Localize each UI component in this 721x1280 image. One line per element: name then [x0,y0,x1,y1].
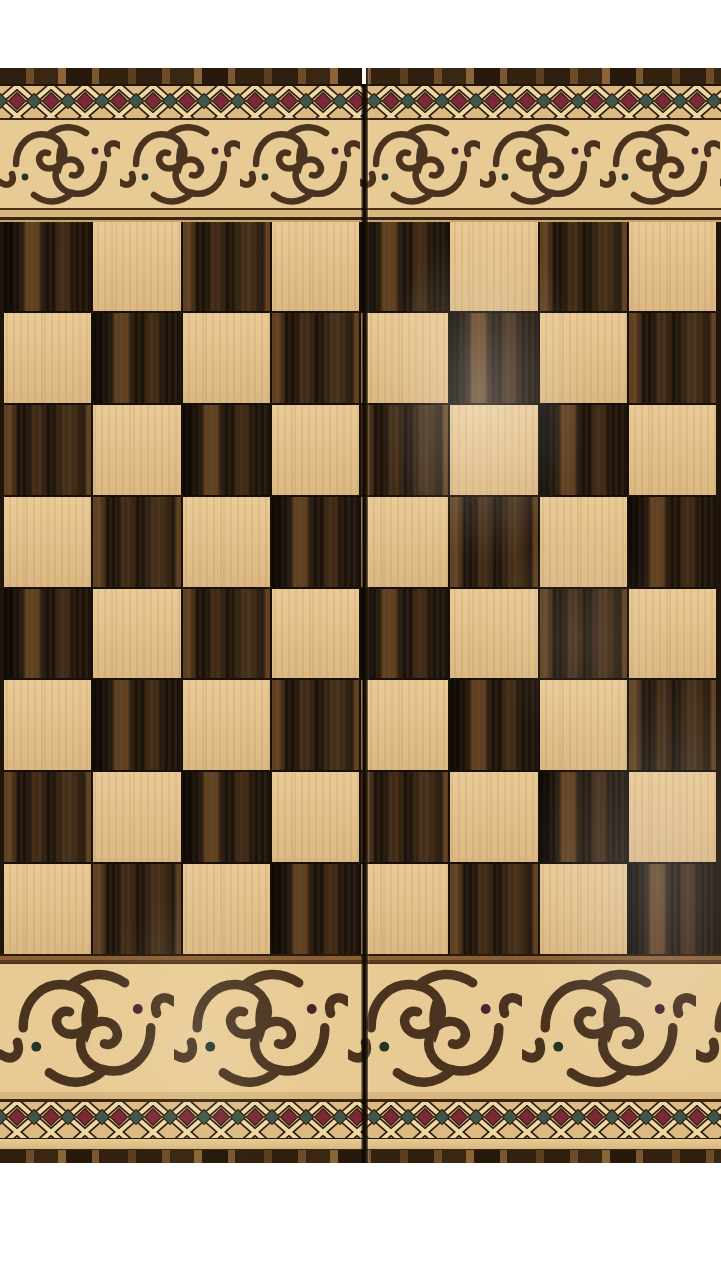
square-f4[interactable] [450,589,537,679]
square-f3[interactable] [450,680,537,770]
square-h1[interactable] [629,864,716,954]
square-d4[interactable] [272,589,359,679]
square-d1[interactable] [272,864,359,954]
square-g6[interactable] [540,405,627,495]
square-e2[interactable] [361,772,448,862]
square-c1[interactable] [183,864,270,954]
square-f5[interactable] [450,497,537,587]
square-c2[interactable] [183,772,270,862]
square-b5[interactable] [93,497,180,587]
square-h3[interactable] [629,680,716,770]
square-e3[interactable] [361,680,448,770]
square-b8[interactable] [93,222,180,312]
square-d3[interactable] [272,680,359,770]
square-a3[interactable] [4,680,91,770]
square-a7[interactable] [4,313,91,403]
square-a6[interactable] [4,405,91,495]
square-f6[interactable] [450,405,537,495]
square-b3[interactable] [93,680,180,770]
square-h5[interactable] [629,497,716,587]
square-f7[interactable] [450,313,537,403]
square-a1[interactable] [4,864,91,954]
hinge-seam [361,68,368,1163]
square-c5[interactable] [183,497,270,587]
square-c6[interactable] [183,405,270,495]
square-d8[interactable] [272,222,359,312]
square-h2[interactable] [629,772,716,862]
square-g3[interactable] [540,680,627,770]
square-f8[interactable] [450,222,537,312]
square-e7[interactable] [361,313,448,403]
square-e1[interactable] [361,864,448,954]
square-b2[interactable] [93,772,180,862]
square-f2[interactable] [450,772,537,862]
square-b4[interactable] [93,589,180,679]
square-g1[interactable] [540,864,627,954]
square-a4[interactable] [4,589,91,679]
square-b6[interactable] [93,405,180,495]
square-d2[interactable] [272,772,359,862]
square-g4[interactable] [540,589,627,679]
square-e6[interactable] [361,405,448,495]
square-f1[interactable] [450,864,537,954]
square-h8[interactable] [629,222,716,312]
square-a2[interactable] [4,772,91,862]
square-g2[interactable] [540,772,627,862]
square-b7[interactable] [93,313,180,403]
square-d7[interactable] [272,313,359,403]
square-e8[interactable] [361,222,448,312]
square-c7[interactable] [183,313,270,403]
photo-background [0,0,721,1280]
hinge-seam-gap [362,66,366,84]
square-e5[interactable] [361,497,448,587]
square-h4[interactable] [629,589,716,679]
square-g7[interactable] [540,313,627,403]
square-h7[interactable] [629,313,716,403]
square-a5[interactable] [4,497,91,587]
square-d5[interactable] [272,497,359,587]
square-g8[interactable] [540,222,627,312]
square-e4[interactable] [361,589,448,679]
board [0,68,721,1163]
square-b1[interactable] [93,864,180,954]
square-d6[interactable] [272,405,359,495]
square-c4[interactable] [183,589,270,679]
square-c3[interactable] [183,680,270,770]
square-h6[interactable] [629,405,716,495]
square-a8[interactable] [4,222,91,312]
square-g5[interactable] [540,497,627,587]
square-c8[interactable] [183,222,270,312]
